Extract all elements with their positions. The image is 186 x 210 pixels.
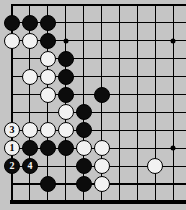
grid-line-vertical: [119, 4, 120, 203]
white-stone: [94, 140, 110, 156]
black-stone: [58, 69, 74, 85]
black-stone-move-2: 2: [4, 158, 20, 174]
white-stone: [4, 33, 20, 49]
white-stone: [40, 69, 56, 85]
black-stone: [40, 140, 56, 156]
black-stone: [58, 87, 74, 103]
white-stone-move-3: 3: [4, 122, 20, 138]
black-stone: [76, 158, 92, 174]
black-stone-move-4: 4: [22, 158, 38, 174]
white-stone: [94, 158, 110, 174]
black-stone: [40, 15, 56, 31]
go-problem-diagram: 3124: [0, 0, 186, 210]
black-stone: [40, 33, 56, 49]
black-stone: [22, 140, 38, 156]
white-stone: [22, 69, 38, 85]
white-stone-move-1: 1: [4, 140, 20, 156]
board-edge-bottom: [10, 200, 186, 203]
grid-line-vertical: [137, 4, 138, 203]
white-stone: [58, 122, 74, 138]
white-stone: [22, 33, 38, 49]
white-stone: [22, 122, 38, 138]
black-stone: [4, 15, 20, 31]
white-stone: [40, 51, 56, 67]
black-stone: [76, 122, 92, 138]
white-stone: [40, 87, 56, 103]
black-stone: [58, 140, 74, 156]
white-stone: [40, 122, 56, 138]
grid-line-vertical: [173, 4, 174, 203]
grid-line-horizontal: [11, 58, 186, 59]
grid-line-horizontal: [11, 112, 186, 113]
grid-line-horizontal: [11, 4, 186, 5]
white-stone: [147, 158, 163, 174]
star-point: [63, 38, 68, 43]
black-stone: [76, 176, 92, 192]
white-stone: [94, 176, 110, 192]
black-stone: [22, 15, 38, 31]
star-point: [171, 38, 176, 43]
black-stone: [94, 87, 110, 103]
black-stone: [58, 51, 74, 67]
white-stone: [58, 104, 74, 120]
star-point: [171, 146, 176, 151]
black-stone: [40, 176, 56, 192]
black-stone: [76, 104, 92, 120]
white-stone: [76, 140, 92, 156]
